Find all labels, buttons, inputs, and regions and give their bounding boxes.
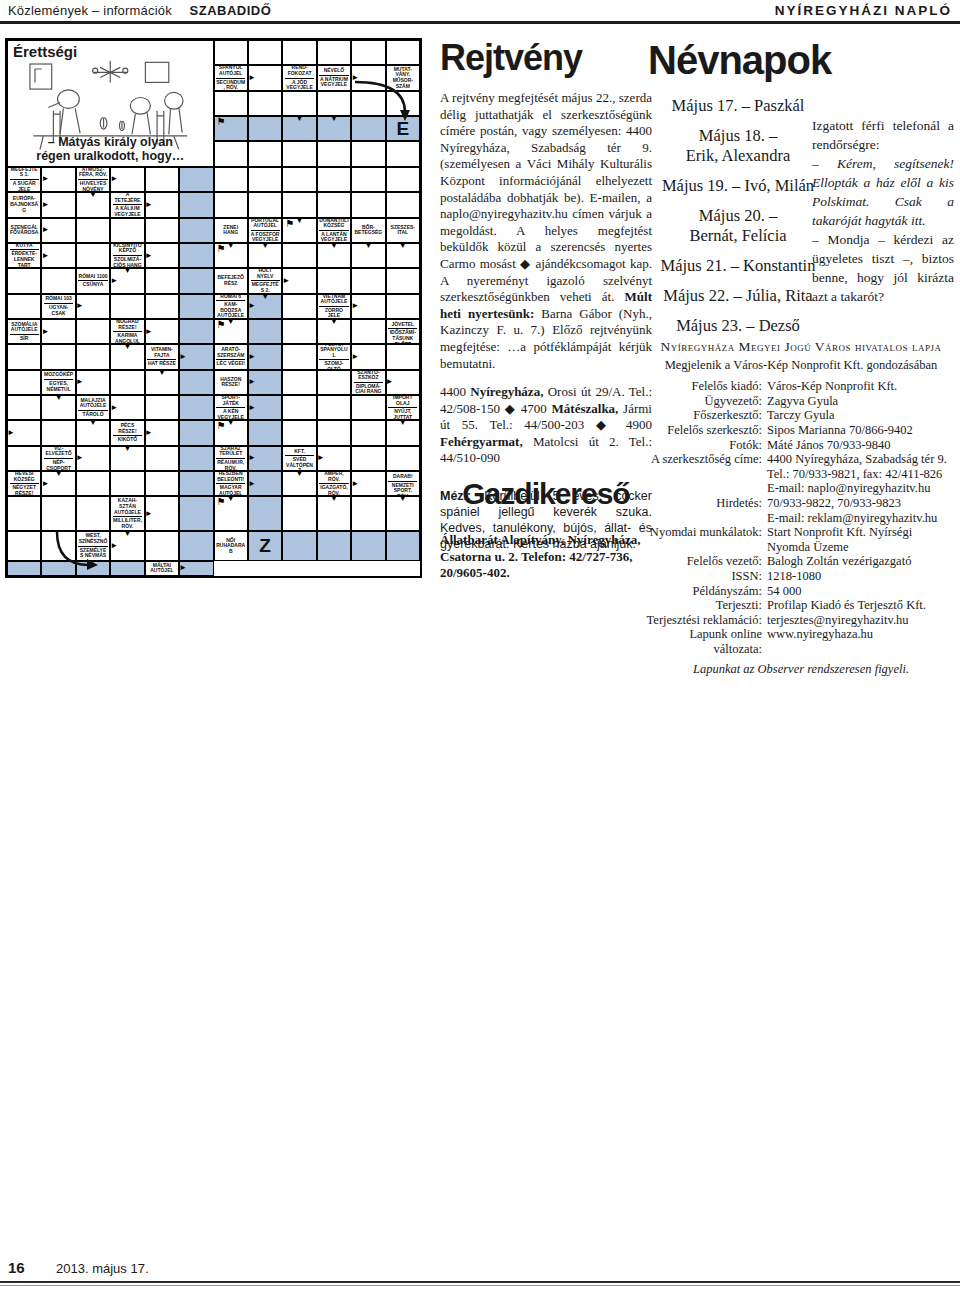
crossword-cell xyxy=(282,420,316,445)
clue-text: RÓMAI 6 xyxy=(216,294,245,300)
crossword-cell xyxy=(145,531,179,560)
imprint-label: Főszerkesztő: xyxy=(644,408,767,423)
clue-text: A KÁLIUM VEGYJELE xyxy=(113,204,142,217)
clue-text: ATMOSZ-FÉRA, RÖV. xyxy=(78,167,107,178)
crossword-cell xyxy=(110,218,144,243)
crossword-cell xyxy=(7,496,41,531)
clue-text: ANGOL KFT. xyxy=(285,446,314,454)
header-rule xyxy=(0,21,960,24)
arrow-down-icon: ▼ xyxy=(364,243,372,250)
solution-cell: ▼ xyxy=(317,116,351,141)
clue-text: SZOMJ-OLTÓ xyxy=(319,359,348,369)
crossword-cell xyxy=(351,496,385,531)
arrow-down-icon: ▼ xyxy=(227,243,235,250)
crossword-cell xyxy=(248,141,282,166)
solution-cell xyxy=(248,420,282,445)
clue-text: KICSINYÍTŐ KÉPZŐ xyxy=(113,243,142,254)
clue-text: ARATÓ-SZERSZÁM xyxy=(216,347,245,358)
crossword-cell: ► xyxy=(76,370,110,395)
clue-cell: BEFEJEZŐ RÉSZ xyxy=(214,268,248,293)
crossword-cell xyxy=(351,192,385,217)
imprint-label: Terjeszti: xyxy=(644,598,767,613)
crossword-cell: ► xyxy=(351,294,385,319)
crossword-cell: ► xyxy=(76,294,110,319)
arrow-down-icon: ▼ xyxy=(330,116,338,123)
arrow-down-icon: ▼ xyxy=(89,192,97,199)
crossword-cell: ► xyxy=(145,319,179,344)
section-subtitle: Közlemények – információk xyxy=(8,3,172,18)
clue-cell: HASZON RÉSZE! xyxy=(214,370,248,395)
arrow-right-icon: ► xyxy=(248,302,256,310)
clue-text: IMPORT OLAJ xyxy=(388,395,417,406)
crossword-cell: ▼ xyxy=(76,420,110,445)
crossword-cell: ► xyxy=(145,192,179,217)
arrow-right-icon: ► xyxy=(248,353,256,361)
clue-text: SPORT-JÁTÉK xyxy=(216,395,245,406)
nameday-line: Május 19. – Ivó, Milán xyxy=(640,176,836,196)
imprint-row: Tel.: 70/933-9821, fax: 42/411-826 xyxy=(644,467,958,482)
crossword-cell xyxy=(282,167,316,192)
crossword-cell xyxy=(317,192,351,217)
crossword-cell xyxy=(317,91,351,116)
crossword-cell xyxy=(386,344,420,369)
arrow-right-icon: ► xyxy=(282,277,290,285)
arrow-right-icon: ► xyxy=(248,74,256,82)
clue-text: SZÁRAZ TERÜLET xyxy=(216,446,245,457)
arrow-down-icon: ▼ xyxy=(55,395,63,402)
crossword-cell: ► xyxy=(145,420,179,445)
crossword-cell xyxy=(386,167,420,192)
gazdikereso-contact: Állatbarát Alapítvány, Nyíregyháza, Csat… xyxy=(440,532,652,582)
clue-text: VÍZ-ELVEZETŐ xyxy=(44,446,73,457)
clue-cell: IMPORT OLAJNYÚJT, JUTTAT xyxy=(386,395,420,420)
clue-text: A SUGÁR JELE xyxy=(10,179,39,192)
arrow-right-icon: ► xyxy=(41,252,49,260)
crossword-cell xyxy=(7,344,41,369)
crossword-cell: ► xyxy=(41,319,75,344)
crossword-cell xyxy=(386,192,420,217)
imprint-title: Nyíregyháza Megyei Jogú Város hivatalos … xyxy=(644,340,958,355)
crossword-cell: ▼ xyxy=(110,344,144,369)
nameday-entry: Május 17. – Paszkál xyxy=(640,96,836,116)
crossword-cell: ▼ xyxy=(317,319,351,344)
arrow-right-icon: ► xyxy=(110,542,118,550)
clue-cell: RÓMAI 103UGYAN-CSAK xyxy=(41,294,75,319)
crossword-cell xyxy=(282,344,316,369)
clue-text: AMPER, RÖV. xyxy=(319,471,348,482)
solution-cell: Z xyxy=(248,531,282,560)
crossword-cell: ⚑▼ xyxy=(214,319,248,344)
clue-text: A KÉN VEGYJELE xyxy=(216,407,245,420)
crossword-cell xyxy=(76,243,110,268)
crossword-cell: ⚑▼ xyxy=(214,420,248,445)
joke-column: Izgatott férfi telefonál a rendőrségre:–… xyxy=(812,116,954,306)
clue-text: A FOSZFOR VEGYJELE xyxy=(251,230,280,243)
crossword-cell xyxy=(76,471,110,496)
clue-text: PORTUGÁL AUTÓJEL xyxy=(251,218,280,229)
crossword-cell xyxy=(282,319,316,344)
imprint-value: E-mail: naplo@nyiregyhazitv.hu xyxy=(767,481,958,496)
clue-cell: KUTYAÉRDEKTE-LENNEK TART xyxy=(7,243,41,268)
solution-cell: ►▼ xyxy=(248,294,282,319)
crossword-cell xyxy=(76,319,110,344)
crossword-cell xyxy=(41,268,75,293)
nameday-line: Május 20. – xyxy=(640,206,836,226)
nameday-line: Bernát, Felícia xyxy=(640,226,836,246)
arrow-down-icon: ▼ xyxy=(296,218,304,225)
clue-text: A NÁTRIUM VEGYJELE xyxy=(319,75,348,88)
imprint-row: Ügyvezető:Zagyva Gyula xyxy=(644,394,958,409)
arrow-right-icon: ► xyxy=(351,302,359,310)
arrow-right-icon: ► xyxy=(248,480,256,488)
imprint-value: 70/933-9822, 70/933-9823 xyxy=(767,496,958,511)
crossword-cell xyxy=(7,294,41,319)
arrow-right-icon: ► xyxy=(351,353,359,361)
imprint-row: Terjeszti:Profilap Kiadó és Terjesztő Kf… xyxy=(644,598,958,613)
clue-text: ÉRDEKTE-LENNEK TART xyxy=(10,249,39,268)
crossword-cell: ► xyxy=(145,243,179,268)
imprint-label: Lapunk online változata: xyxy=(644,627,767,656)
clue-text: KAZAH-SZTÁN AUTÓJELE xyxy=(113,498,142,515)
solution-cell: ► xyxy=(248,344,282,369)
clue-text: HAT RÉSZE xyxy=(147,359,176,367)
clue-text: MEGFEJTÉS 1. xyxy=(10,167,39,178)
arrow-down-icon: ▼ xyxy=(123,268,131,275)
arrow-down-icon: ▼ xyxy=(227,420,235,427)
imprint-value: www.nyiregyhaza.hu xyxy=(767,627,958,656)
given-letter: E xyxy=(387,117,419,140)
arrow-down-icon: ▼ xyxy=(261,294,269,301)
crossword-cell xyxy=(282,370,316,395)
imprint-value: terjesztes@nyiregyhazitv.hu xyxy=(767,613,958,628)
crossword-cell: ▼ xyxy=(110,446,144,471)
arrow-right-icon: ► xyxy=(41,201,49,209)
solution-cell xyxy=(248,319,282,344)
solution-cell xyxy=(110,561,144,576)
imprint-block: Nyíregyháza Megyei Jogú Város hivatalos … xyxy=(644,340,958,677)
clue-text: SZENEGÁL FŐVÁROSA xyxy=(10,225,39,236)
crossword-cell xyxy=(282,192,316,217)
arrow-right-icon: ► xyxy=(76,302,84,310)
arrow-right-icon: ► xyxy=(41,226,49,234)
arrow-right-icon: ► xyxy=(248,454,256,462)
clue-text: PÉCS RÉSZE! xyxy=(113,423,142,434)
arrow-right-icon: ► xyxy=(110,277,118,285)
clue-cell: HOLT NYELVMEGFEJTÉS 2. xyxy=(248,268,282,293)
crossword-cell xyxy=(145,471,179,496)
page-header: Közlemények – információk SZABADIDŐ NYÍR… xyxy=(0,0,960,22)
crossword-cell xyxy=(214,91,248,116)
arrow-right-icon: ► xyxy=(248,404,256,412)
clue-cell: ANGOL KFT.SVÉD VÁLTÓPÉNZ xyxy=(282,446,316,471)
arrow-right-icon: ► xyxy=(145,201,153,209)
solution-cell xyxy=(76,561,110,576)
crossword-cell: ► xyxy=(317,446,351,471)
bold-text: Nyíregyháza, xyxy=(470,384,543,399)
page-date: 2013. május 17. xyxy=(56,1261,149,1276)
crossword-cell xyxy=(386,294,420,319)
crossword-cell xyxy=(351,446,385,471)
clue-cell: VÍZ-ELVEZETŐNÉP-CSOPORT xyxy=(41,446,75,471)
crossword-cell: ► xyxy=(386,370,420,395)
arrow-right-icon: ► xyxy=(351,480,359,488)
crossword-cell xyxy=(76,218,110,243)
solution-cell: ► xyxy=(248,395,282,420)
crossword-cell xyxy=(145,218,179,243)
imprint-row: Példányszám:54 000 xyxy=(644,584,958,599)
clue-text: CSÚNYA xyxy=(78,280,107,288)
joke-paragraph: Izgatott férfi telefonál a rendőrségre: xyxy=(812,116,954,154)
nameday-line: Május 17. – Paszkál xyxy=(640,96,836,116)
solution-cell xyxy=(386,531,420,560)
crossword-cell xyxy=(386,40,420,65)
clue-text: BŐR-BETEGSÉG xyxy=(354,225,383,236)
crossword-cell xyxy=(351,319,385,344)
crossword-cell xyxy=(282,294,316,319)
crossword-cell: ▼ xyxy=(282,471,316,496)
clue-cell: ZENEI HANG xyxy=(214,218,248,243)
arrow-right-icon: ► xyxy=(351,74,359,82)
clue-text: RÉAUMUR, RÖV. xyxy=(216,458,245,471)
arrow-down-icon: ▼ xyxy=(89,420,97,427)
joke-paragraph: – Kérem, segítsenek! Ellopták a ház elől… xyxy=(812,154,954,230)
arrow-right-icon: ► xyxy=(76,378,84,386)
imprint-row: Nyomdai munkálatok:Start Nonprofit Kft. … xyxy=(644,525,958,554)
arrow-down-icon: ▼ xyxy=(296,116,304,123)
footer-rule xyxy=(0,1281,960,1283)
imprint-subtitle: Megjelenik a Város-Kép Nonprofit Kft. go… xyxy=(644,358,958,373)
imprint-value: Profilap Kiadó és Terjesztő Kft. xyxy=(767,598,958,613)
imprint-label: Nyomdai munkálatok: xyxy=(644,525,767,554)
arrow-right-icon: ► xyxy=(41,480,49,488)
solution-cell xyxy=(179,496,213,531)
imprint-value: Máté János 70/933-9840 xyxy=(767,438,958,453)
clue-text: KUTYA xyxy=(10,243,39,249)
arrow-right-icon: ► xyxy=(248,378,256,386)
crossword-cell xyxy=(145,268,179,293)
arrow-down-icon: ▼ xyxy=(261,243,269,250)
clue-text: TÁROLÓ xyxy=(78,410,107,418)
imprint-row: Felelős szerkesztő:Sipos Marianna 70/866… xyxy=(644,423,958,438)
imprint-row: Felelős vezető:Balogh Zoltán vezérigazga… xyxy=(644,554,958,569)
clue-text: FOLYÓ, SPANYOLUL xyxy=(319,344,348,358)
clue-text: SECUNDUM, RÖV. xyxy=(216,78,245,91)
solution-cell: ► xyxy=(248,370,282,395)
clue-text: MAGYAR AUTÓJEL xyxy=(216,483,245,496)
clue-text: MALAJZIA AUTÓJELE xyxy=(78,398,107,409)
arrow-down-icon: ▼ xyxy=(399,243,407,250)
clue-cell: EURÓPA-BAJNOKSÁG xyxy=(7,192,41,217)
imprint-row: Hirdetés:70/933-9822, 70/933-9823 xyxy=(644,496,958,511)
crossword-cell xyxy=(145,446,179,471)
crossword-cell xyxy=(282,141,316,166)
clue-text: GRAFIT-DARAB! xyxy=(388,471,417,479)
flag-icon: ⚑ xyxy=(217,244,226,254)
text: 4400 xyxy=(440,384,470,399)
solution-cell xyxy=(179,294,213,319)
clue-text: KAM-BODZSA AUTÓJELE xyxy=(216,300,245,319)
crossword-cell xyxy=(145,294,179,319)
newspaper-page: Közlemények – információk SZABADIDŐ NYÍR… xyxy=(0,0,960,1291)
crossword-cell xyxy=(7,268,41,293)
clue-cell: RÉSZBEN BELEÖNTI!MAGYAR AUTÓJEL xyxy=(214,471,248,496)
clue-cell: FOLYÓ, SPANYOLULSZOMJ-OLTÓ xyxy=(317,344,351,369)
clue-text: MÁLTAI AUTÓJEL xyxy=(147,563,176,574)
crossword-cell xyxy=(7,370,41,395)
imprint-label: Példányszám: xyxy=(644,584,767,599)
clue-cell: VIETNAM AUTÓJELEZORRO JELE xyxy=(317,294,351,319)
crossword-cell xyxy=(248,40,282,65)
arrow-right-icon: ► xyxy=(179,353,187,361)
imprint-value: 1218-1080 xyxy=(767,569,958,584)
given-letter: Z xyxy=(249,532,281,559)
imprint-value: Start Nonprofit Kft. Nyírségi Nyomda Üze… xyxy=(767,525,958,554)
imprint-row: ISSN:1218-1080 xyxy=(644,569,958,584)
crossword-cell: ► xyxy=(145,496,179,531)
clue-text: HEVESI KÖZSÉG xyxy=(10,471,39,482)
arrow-right-icon: ► xyxy=(386,378,394,386)
imprint-rows: Felelős kiadó:Város-Kép Nonprofit Kft.Üg… xyxy=(644,379,958,656)
imprint-value: Zagyva Gyula xyxy=(767,394,958,409)
solution-cell xyxy=(179,531,213,560)
crossword-cell: ▼ xyxy=(41,395,75,420)
section-title: Közlemények – információk SZABADIDŐ xyxy=(8,3,271,18)
clue-cell: NÓGRÁD RÉSZE!KARIMA ANGOLUL xyxy=(110,319,144,344)
clue-cell: SZÁNTÓ-ESZKÖZDIPLOMÁ-CIAI RANG xyxy=(351,370,385,395)
crossword-cell xyxy=(76,496,110,531)
section-name: SZABADIDŐ xyxy=(190,3,272,18)
clue-text: KIKÖTŐ xyxy=(113,435,142,443)
crossword-cell: ► xyxy=(110,395,144,420)
solution-cell xyxy=(179,268,213,293)
imprint-label: A szerkesztőség címe: xyxy=(644,452,767,467)
crossword-cell: ► xyxy=(41,218,75,243)
crossword-cell xyxy=(110,294,144,319)
clue-text: MEGFEJTÉS 2. xyxy=(251,280,280,293)
solution-cell xyxy=(351,116,385,141)
clue-text: A TETEJÉRE xyxy=(113,192,142,203)
clue-text: MOZGÓKÉP xyxy=(44,372,73,378)
solution-cell: ▼ xyxy=(282,116,316,141)
crossword-cell xyxy=(214,40,248,65)
crossword-cell: ▼ xyxy=(386,496,420,531)
imprint-label: ISSN: xyxy=(644,569,767,584)
clue-cell: MUTAT-VÁNY, MŰSOR-SZÁM xyxy=(386,65,420,90)
clue-text: UGYAN-CSAK xyxy=(44,303,73,316)
solution-cell xyxy=(7,561,41,576)
solution-cell: ⚑ xyxy=(214,116,248,141)
solution-cell: ► xyxy=(248,446,282,471)
arrow-down-icon: ▼ xyxy=(123,531,131,538)
rejtveny-heading: Rejtvény xyxy=(440,40,652,76)
arrow-down-icon: ▼ xyxy=(399,420,407,427)
arrow-right-icon: ► xyxy=(7,429,15,437)
crossword-cell xyxy=(41,496,75,531)
arrow-down-icon: ▼ xyxy=(123,446,131,453)
crossword-cell xyxy=(351,395,385,420)
nameday-line: Május 23. – Dezső xyxy=(640,316,836,336)
solution-cell xyxy=(179,319,213,344)
flag-icon: ⚑ xyxy=(217,421,226,431)
rejtveny-body: A rejtvény megfejtését május 22., szerda… xyxy=(440,90,652,372)
clue-cell: MÁLTAI AUTÓJEL xyxy=(145,561,179,576)
clue-cell: SZOMÁLIA AUTÓJELESÍR xyxy=(7,319,41,344)
bold-text: Fehérgyarmat, xyxy=(440,434,523,449)
crossword-cell xyxy=(317,395,351,420)
page-number: 16 xyxy=(8,1259,25,1276)
crossword-cell xyxy=(317,370,351,395)
clue-text: SZOLMIZÁ-CIÓS HANG xyxy=(113,255,142,268)
caption-line: régen uralkodott, hogy… xyxy=(8,149,213,163)
footer-rule-thin xyxy=(0,1285,960,1286)
clue-cell: MEGFEJTÉS 1.A SUGÁR JELE xyxy=(7,167,41,192)
solution-cell xyxy=(179,192,213,217)
clue-text: HASZON RÉSZE! xyxy=(216,377,245,388)
crossword-cell xyxy=(248,167,282,192)
crossword-cell: ▼ xyxy=(145,370,179,395)
clue-text: VIETNAM AUTÓJELE xyxy=(319,294,348,305)
rejtveny-addresses: 4400 Nyíregyháza, Orosi út 29/A. Tel.: 4… xyxy=(440,384,652,467)
imprint-value: Város-Kép Nonprofit Kft. xyxy=(767,379,958,394)
clue-text: SÍR xyxy=(10,334,39,342)
solution-cell: ► xyxy=(248,471,282,496)
arrow-right-icon: ► xyxy=(145,510,153,518)
flag-icon: ⚑ xyxy=(285,219,294,229)
crossword-cell xyxy=(386,268,420,293)
crossword-cell xyxy=(145,395,179,420)
clue-cell: SZENEGÁL FŐVÁROSA xyxy=(7,218,41,243)
clue-text: NÓGRÁD RÉSZE! xyxy=(113,319,142,330)
solution-cell: E xyxy=(386,116,420,141)
crossword-cell: ⚑▼ xyxy=(214,243,248,268)
crossword-cell xyxy=(110,471,144,496)
nameday-entry: Május 20. –Bernát, Felícia xyxy=(640,206,836,246)
solution-cell xyxy=(179,167,213,192)
solution-cell: ► xyxy=(179,344,213,369)
clue-text: ZENEI HANG xyxy=(216,225,245,236)
flag-icon: ⚑ xyxy=(217,497,226,507)
crossword-cell: ▼ xyxy=(386,420,420,445)
cartoon-title: Érettségi xyxy=(13,43,77,60)
clue-cell: PORTUGÁL AUTÓJELA FOSZFOR VEGYJELE xyxy=(248,218,282,243)
clue-text: WEST, SZÍNÉSZNŐ xyxy=(78,533,107,544)
imprint-value: 54 000 xyxy=(767,584,958,599)
clue-text: RÉSZBEN BELEÖNTI! xyxy=(216,471,245,482)
crossword-cell xyxy=(282,91,316,116)
clue-cell: RÓMAI 6KAM-BODZSA AUTÓJELE xyxy=(214,294,248,319)
crossword-cell xyxy=(7,531,41,560)
text: A rejtvény megfejtését május 22., szerda… xyxy=(440,90,652,304)
clue-text: SVÉD VÁLTÓPÉNZ xyxy=(285,455,314,471)
crossword-cell xyxy=(282,243,316,268)
clue-cell: VITAMIN-FAJTAHAT RÉSZE xyxy=(145,344,179,369)
crossword-cell xyxy=(282,40,316,65)
clue-cell: HEVESI KÖZSÉGNÉGYZET RÉSZE! xyxy=(7,471,41,496)
crossword-cell xyxy=(41,420,75,445)
crossword-cell: ► xyxy=(41,243,75,268)
crossword-cell: ⚑▼ xyxy=(282,218,316,243)
crossword-cell xyxy=(351,268,385,293)
clue-text: EURÓPA-BAJNOKSÁG xyxy=(10,196,39,213)
clue-text: ÖSSZE-JÖVETEL xyxy=(388,319,417,327)
crossword-cell: ►▼ xyxy=(41,471,75,496)
imprint-row: E-mail: reklam@nyiregyhazitv.hu xyxy=(644,511,958,526)
clue-text: SZESZES-ITAL xyxy=(388,225,417,236)
arrow-down-icon: ▼ xyxy=(227,319,235,326)
crossword-cell: ► xyxy=(282,268,316,293)
crossword-cell: ⚑▼ xyxy=(214,496,248,531)
solution-cell xyxy=(179,243,213,268)
